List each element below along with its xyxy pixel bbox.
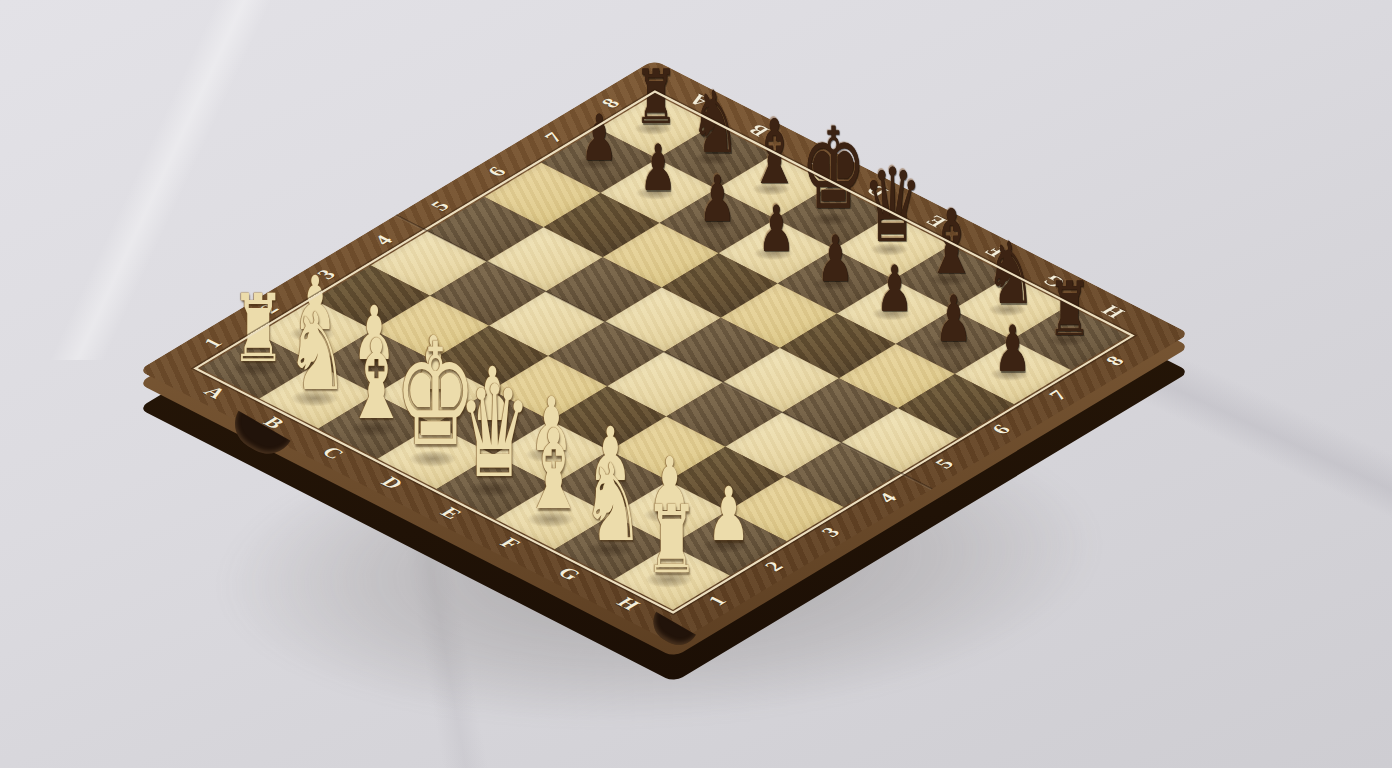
- black-pawn: ♟: [581, 106, 618, 170]
- black-queen: ♛: [863, 154, 922, 256]
- black-pawn: ♟: [640, 136, 677, 200]
- white-rook: ♜: [231, 282, 286, 376]
- white-knight: ♞: [286, 299, 348, 406]
- black-pawn: ♟: [758, 197, 795, 261]
- chess-board: ABCDEFGH8♜♞♝♚♛♝♞♜87♟♟♟♟♟♟♟♟7665544332♟♟♟…: [138, 60, 1190, 645]
- black-pawn: ♟: [817, 227, 854, 291]
- white-rook: ♜: [645, 493, 700, 587]
- black-king: ♚: [800, 113, 866, 226]
- white-knight: ♞: [582, 450, 644, 557]
- black-knight: ♞: [986, 231, 1036, 316]
- black-bishop: ♝: [926, 198, 978, 287]
- black-pawn: ♟: [876, 257, 913, 321]
- white-pawn: ♟: [707, 478, 750, 552]
- black-pawn: ♟: [935, 287, 972, 351]
- black-pawn: ♟: [699, 167, 736, 231]
- white-bishop: ♝: [522, 416, 586, 526]
- black-bishop: ♝: [748, 107, 800, 196]
- black-pawn: ♟: [994, 317, 1031, 381]
- black-knight: ♞: [690, 80, 740, 165]
- chess-set-scene: ABCDEFGH8♜♞♝♚♛♝♞♜87♟♟♟♟♟♟♟♟7665544332♟♟♟…: [292, 0, 1036, 724]
- black-rook: ♜: [1048, 272, 1091, 346]
- photo-background: ABCDEFGH8♜♞♝♚♛♝♞♜87♟♟♟♟♟♟♟♟7665544332♟♟♟…: [0, 0, 1392, 768]
- black-rook: ♜: [634, 61, 677, 135]
